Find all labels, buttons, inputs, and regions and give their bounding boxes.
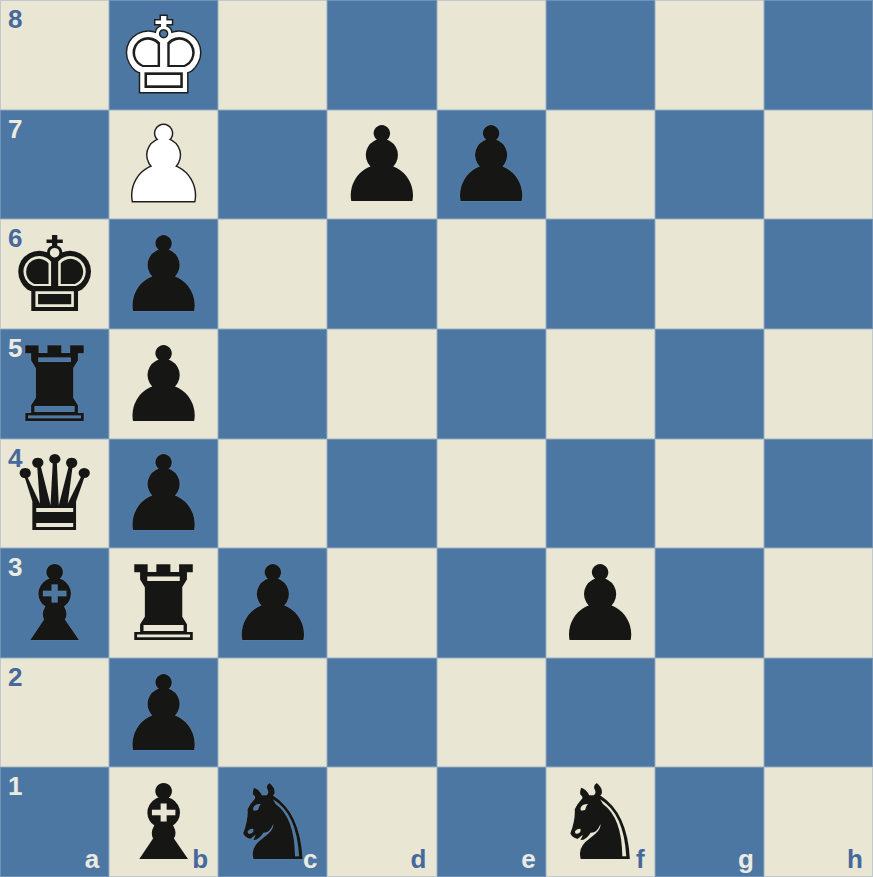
square-a5[interactable]: 5♜: [0, 329, 109, 439]
piece-black-pawn[interactable]: ♟: [444, 113, 537, 217]
square-c2[interactable]: [218, 658, 327, 768]
piece-black-pawn[interactable]: ♟: [117, 442, 210, 546]
file-label-g: g: [738, 846, 754, 872]
square-f5[interactable]: [546, 329, 655, 439]
square-f3[interactable]: ♟: [546, 548, 655, 658]
square-g4[interactable]: [655, 439, 764, 549]
square-h7[interactable]: [764, 110, 873, 220]
square-e2[interactable]: [437, 658, 546, 768]
square-d7[interactable]: ♟: [327, 110, 436, 220]
square-e4[interactable]: [437, 439, 546, 549]
square-a4[interactable]: 4♛: [0, 439, 109, 549]
piece-black-pawn[interactable]: ♟: [117, 333, 210, 437]
piece-black-pawn[interactable]: ♟: [226, 552, 319, 656]
square-c8[interactable]: [218, 0, 327, 110]
square-a1[interactable]: 1a: [0, 767, 109, 877]
rank-label-7: 7: [8, 116, 22, 142]
square-c5[interactable]: [218, 329, 327, 439]
piece-black-pawn[interactable]: ♟: [117, 662, 210, 766]
square-h8[interactable]: [764, 0, 873, 110]
square-d2[interactable]: [327, 658, 436, 768]
piece-black-knight[interactable]: ♞: [226, 771, 319, 875]
square-d4[interactable]: [327, 439, 436, 549]
square-e1[interactable]: e: [437, 767, 546, 877]
file-label-d: d: [411, 846, 427, 872]
square-a3[interactable]: 3♝: [0, 548, 109, 658]
square-e8[interactable]: [437, 0, 546, 110]
piece-black-bishop[interactable]: ♝: [8, 552, 101, 656]
square-d3[interactable]: [327, 548, 436, 658]
square-e3[interactable]: [437, 548, 546, 658]
piece-black-bishop[interactable]: ♝: [117, 771, 210, 875]
square-b5[interactable]: ♟: [109, 329, 218, 439]
square-a7[interactable]: 7: [0, 110, 109, 220]
square-f8[interactable]: [546, 0, 655, 110]
square-c3[interactable]: ♟: [218, 548, 327, 658]
square-c4[interactable]: [218, 439, 327, 549]
square-b7[interactable]: ♟: [109, 110, 218, 220]
piece-black-pawn[interactable]: ♟: [554, 552, 647, 656]
square-h3[interactable]: [764, 548, 873, 658]
square-d8[interactable]: [327, 0, 436, 110]
square-a2[interactable]: 2: [0, 658, 109, 768]
file-label-a: a: [85, 846, 99, 872]
square-a6[interactable]: 6♚: [0, 219, 109, 329]
square-g2[interactable]: [655, 658, 764, 768]
piece-black-queen[interactable]: ♛: [8, 442, 101, 546]
piece-black-rook[interactable]: ♜: [117, 552, 210, 656]
piece-black-pawn[interactable]: ♟: [335, 113, 428, 217]
piece-black-knight[interactable]: ♞: [554, 771, 647, 875]
square-g7[interactable]: [655, 110, 764, 220]
square-b3[interactable]: ♜: [109, 548, 218, 658]
square-c1[interactable]: c♞: [218, 767, 327, 877]
square-b2[interactable]: ♟: [109, 658, 218, 768]
square-g5[interactable]: [655, 329, 764, 439]
square-b4[interactable]: ♟: [109, 439, 218, 549]
square-g6[interactable]: [655, 219, 764, 329]
piece-white-king[interactable]: ♚: [117, 4, 210, 108]
square-f2[interactable]: [546, 658, 655, 768]
square-b6[interactable]: ♟: [109, 219, 218, 329]
rank-label-1: 1: [8, 773, 22, 799]
square-d5[interactable]: [327, 329, 436, 439]
square-h2[interactable]: [764, 658, 873, 768]
square-a8[interactable]: 8: [0, 0, 109, 110]
square-d6[interactable]: [327, 219, 436, 329]
rank-label-8: 8: [8, 6, 22, 32]
file-label-h: h: [847, 846, 863, 872]
square-b1[interactable]: b♝: [109, 767, 218, 877]
square-e6[interactable]: [437, 219, 546, 329]
square-g8[interactable]: [655, 0, 764, 110]
square-e7[interactable]: ♟: [437, 110, 546, 220]
square-e5[interactable]: [437, 329, 546, 439]
square-h1[interactable]: h: [764, 767, 873, 877]
square-c6[interactable]: [218, 219, 327, 329]
piece-black-pawn[interactable]: ♟: [117, 223, 210, 327]
piece-black-king[interactable]: ♚: [8, 223, 101, 327]
piece-black-rook[interactable]: ♜: [8, 333, 101, 437]
square-h4[interactable]: [764, 439, 873, 549]
square-g3[interactable]: [655, 548, 764, 658]
square-d1[interactable]: d: [327, 767, 436, 877]
square-g1[interactable]: g: [655, 767, 764, 877]
square-f4[interactable]: [546, 439, 655, 549]
square-f6[interactable]: [546, 219, 655, 329]
file-label-e: e: [521, 846, 535, 872]
square-f7[interactable]: [546, 110, 655, 220]
square-b8[interactable]: ♚: [109, 0, 218, 110]
square-f1[interactable]: f♞: [546, 767, 655, 877]
piece-white-pawn[interactable]: ♟: [117, 113, 210, 217]
square-h5[interactable]: [764, 329, 873, 439]
rank-label-2: 2: [8, 664, 22, 690]
square-h6[interactable]: [764, 219, 873, 329]
chess-board: 8♚7♟♟♟6♚♟5♜♟4♛♟3♝♜♟♟2♟1ab♝c♞def♞gh: [0, 0, 873, 877]
square-c7[interactable]: [218, 110, 327, 220]
